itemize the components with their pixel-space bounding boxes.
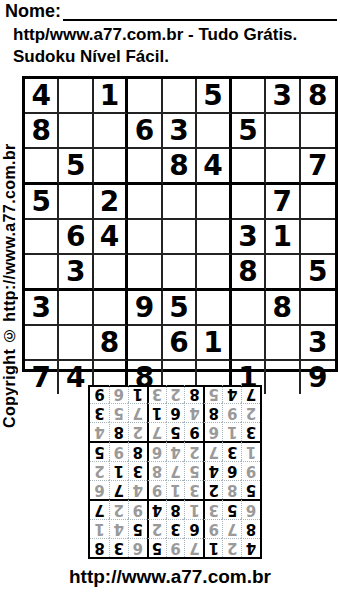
sudoku-cell[interactable] <box>197 291 231 326</box>
sudoku-printable-page: Nome: http/www.a77.com.br - Tudo Grátis.… <box>0 0 340 596</box>
solution-cell: 7 <box>128 403 147 422</box>
sudoku-cell[interactable] <box>301 114 335 149</box>
solution-cell: 3 <box>90 403 109 422</box>
sudoku-cell[interactable] <box>163 220 197 255</box>
sudoku-cell[interactable] <box>25 149 59 185</box>
footer-url: http://www.a77.com.br <box>0 566 340 588</box>
site-tagline: http/www.a77.com.br - Tudo Grátis. <box>13 25 297 45</box>
solution-cell: 2 <box>184 441 203 461</box>
solution-cell: 5 <box>203 385 222 403</box>
sudoku-cell[interactable] <box>163 255 197 291</box>
name-blank-line <box>63 1 337 21</box>
sudoku-cell[interactable]: 9 <box>128 291 162 326</box>
sudoku-cell[interactable]: 4 <box>25 79 59 114</box>
name-row: Nome: <box>5 1 337 21</box>
sudoku-cell[interactable] <box>197 114 231 149</box>
sudoku-cell[interactable]: 8 <box>163 149 197 185</box>
solution-cell: 8 <box>128 441 147 461</box>
solution-cell: 4 <box>147 499 166 519</box>
sudoku-cell[interactable] <box>232 79 266 114</box>
solution-cell: 1 <box>241 441 260 461</box>
copyright-vertical-text: Copyright © http://www.a77.com.br <box>1 86 21 428</box>
solution-cell: 2 <box>166 385 185 403</box>
sudoku-cell[interactable]: 3 <box>301 326 335 361</box>
sudoku-cell[interactable] <box>197 255 231 291</box>
solution-cell: 9 <box>222 403 241 422</box>
sudoku-cell[interactable]: 4 <box>94 220 128 255</box>
solution-cell: 5 <box>184 461 203 480</box>
solution-cell: 3 <box>109 538 128 557</box>
solution-cell: 9 <box>109 441 128 461</box>
sudoku-cell[interactable]: 7 <box>25 361 59 394</box>
sudoku-cell[interactable] <box>25 255 59 291</box>
sudoku-cell[interactable]: 9 <box>301 361 335 394</box>
solution-cell: 6 <box>203 422 222 441</box>
sudoku-cell[interactable] <box>232 185 266 220</box>
sudoku-cell[interactable]: 8 <box>232 255 266 291</box>
solution-cell: 8 <box>109 422 128 441</box>
sudoku-cell[interactable]: 5 <box>25 185 59 220</box>
solution-cell: 5 <box>222 499 241 519</box>
sudoku-cell[interactable] <box>25 220 59 255</box>
solution-cell: 1 <box>222 422 241 441</box>
solution-cell: 7 <box>166 461 185 480</box>
solution-cell: 7 <box>203 441 222 461</box>
solution-cell: 4 <box>166 441 185 461</box>
solution-cell: 2 <box>241 403 260 422</box>
sudoku-cell[interactable] <box>163 185 197 220</box>
solution-cell: 8 <box>203 403 222 422</box>
solution-cell: 9 <box>128 499 147 519</box>
solution-cell: 4 <box>184 403 203 422</box>
solution-cell: 6 <box>222 461 241 480</box>
sudoku-cell[interactable]: 6 <box>163 326 197 361</box>
sudoku-cell[interactable] <box>128 185 162 220</box>
sudoku-cell[interactable] <box>128 79 162 114</box>
sudoku-cell[interactable]: 2 <box>94 185 128 220</box>
sudoku-cell[interactable] <box>232 149 266 185</box>
solution-cell: 4 <box>90 422 109 441</box>
solution-cell: 2 <box>222 538 241 557</box>
sudoku-cell[interactable] <box>94 114 128 149</box>
sudoku-cell[interactable] <box>59 291 93 326</box>
solution-cell: 7 <box>109 480 128 499</box>
sudoku-cell[interactable] <box>94 291 128 326</box>
sudoku-cell[interactable]: 1 <box>266 220 300 255</box>
sudoku-cell[interactable] <box>301 185 335 220</box>
solution-cell: 7 <box>222 519 241 538</box>
sudoku-cell[interactable] <box>232 326 266 361</box>
page-title: Sudoku Nível Fácil. <box>13 47 169 67</box>
sudoku-cell[interactable] <box>128 255 162 291</box>
solution-cell: 8 <box>147 461 166 480</box>
sudoku-cell[interactable] <box>266 255 300 291</box>
sudoku-cell[interactable]: 5 <box>59 149 93 185</box>
sudoku-cell[interactable] <box>94 149 128 185</box>
sudoku-cell[interactable] <box>94 255 128 291</box>
sudoku-cell[interactable]: 8 <box>301 79 335 114</box>
solution-cell: 5 <box>109 403 128 422</box>
sudoku-cell[interactable]: 5 <box>301 255 335 291</box>
sudoku-cell[interactable] <box>59 114 93 149</box>
sudoku-cell[interactable]: 1 <box>94 79 128 114</box>
solution-cell: 2 <box>128 422 147 441</box>
solution-grid-rotated: 4217956388796325416531849275823194769645… <box>88 385 262 559</box>
sudoku-cell[interactable] <box>163 79 197 114</box>
solution-cell: 4 <box>128 480 147 499</box>
solution-cell: 3 <box>147 385 166 403</box>
solution-cell: 1 <box>184 499 203 519</box>
sudoku-cell[interactable] <box>25 326 59 361</box>
solution-cell: 2 <box>147 519 166 538</box>
sudoku-cell[interactable]: 7 <box>301 149 335 185</box>
solution-cell: 6 <box>241 499 260 519</box>
solution-cell: 5 <box>166 422 185 441</box>
solution-cell: 9 <box>203 519 222 538</box>
solution-cell: 3 <box>166 519 185 538</box>
solution-cell: 5 <box>147 538 166 557</box>
solution-cell: 9 <box>184 422 203 441</box>
sudoku-cell[interactable]: 8 <box>94 326 128 361</box>
sudoku-cell[interactable]: 5 <box>197 79 231 114</box>
solution-cell: 1 <box>128 385 147 403</box>
sudoku-cell[interactable] <box>59 79 93 114</box>
sudoku-cell[interactable]: 6 <box>59 220 93 255</box>
sudoku-cell[interactable]: 8 <box>25 114 59 149</box>
solution-cell: 4 <box>203 461 222 480</box>
solution-cell: 6 <box>109 385 128 403</box>
sudoku-cell[interactable]: 3 <box>25 291 59 326</box>
solution-cell: 7 <box>147 422 166 441</box>
solution-cell: 4 <box>109 519 128 538</box>
sudoku-cell[interactable] <box>301 220 335 255</box>
solution-cell: 8 <box>241 519 260 538</box>
sudoku-cell[interactable]: 4 <box>197 149 231 185</box>
solution-cell: 7 <box>241 385 260 403</box>
solution-cell: 3 <box>203 499 222 519</box>
sudoku-cell[interactable] <box>128 326 162 361</box>
solution-cell: 5 <box>90 441 109 461</box>
solution-cell: 8 <box>90 538 109 557</box>
sudoku-cell[interactable] <box>59 185 93 220</box>
sudoku-cell[interactable]: 1 <box>197 326 231 361</box>
sudoku-cell[interactable]: 5 <box>163 291 197 326</box>
solution-cell: 2 <box>109 499 128 519</box>
solution-cell: 9 <box>90 385 109 403</box>
solution-cell: 1 <box>166 480 185 499</box>
solution-cell: 4 <box>222 385 241 403</box>
solution-cell: 1 <box>147 403 166 422</box>
sudoku-cell[interactable] <box>59 326 93 361</box>
solution-cell: 1 <box>90 519 109 538</box>
solution-cell: 3 <box>128 461 147 480</box>
solution-cell: 6 <box>147 441 166 461</box>
solution-cell: 3 <box>241 422 260 441</box>
solution-cell: 8 <box>222 480 241 499</box>
solution-cell: 5 <box>241 480 260 499</box>
solution-cell: 2 <box>90 461 109 480</box>
sudoku-cell[interactable] <box>266 149 300 185</box>
solution-cell: 3 <box>222 441 241 461</box>
sudoku-cell[interactable] <box>301 291 335 326</box>
sudoku-cell[interactable] <box>128 220 162 255</box>
solution-cell: 6 <box>90 480 109 499</box>
solution-cell: 2 <box>203 480 222 499</box>
sudoku-cell[interactable]: 3 <box>232 220 266 255</box>
solution-cell: 1 <box>203 538 222 557</box>
solution-cell: 9 <box>166 538 185 557</box>
sudoku-cell[interactable] <box>266 361 300 394</box>
solution-cell: 3 <box>184 480 203 499</box>
sudoku-cell[interactable] <box>232 291 266 326</box>
solution-cell: 8 <box>184 385 203 403</box>
sudoku-grid: 415388635584752764313853958861374819 <box>22 76 338 372</box>
sudoku-cell[interactable]: 3 <box>266 79 300 114</box>
sudoku-cell[interactable]: 3 <box>163 114 197 149</box>
solution-cell: 1 <box>109 461 128 480</box>
sudoku-cell[interactable]: 3 <box>59 255 93 291</box>
solution-cell: 8 <box>166 499 185 519</box>
sudoku-cell[interactable] <box>266 114 300 149</box>
sudoku-cell[interactable] <box>266 326 300 361</box>
sudoku-cell[interactable]: 6 <box>128 114 162 149</box>
name-label: Nome: <box>5 1 61 21</box>
sudoku-cell[interactable]: 8 <box>266 291 300 326</box>
solution-cell: 9 <box>147 480 166 499</box>
solution-cell: 6 <box>166 403 185 422</box>
solution-cell: 7 <box>90 499 109 519</box>
solution-cell: 6 <box>184 519 203 538</box>
solution-cell: 7 <box>184 538 203 557</box>
sudoku-cell[interactable]: 7 <box>266 185 300 220</box>
solution-cell: 9 <box>241 461 260 480</box>
solution-cell: 6 <box>128 538 147 557</box>
sudoku-cell[interactable] <box>197 220 231 255</box>
solution-cell: 4 <box>241 538 260 557</box>
solution-cell: 5 <box>128 519 147 538</box>
sudoku-cell[interactable] <box>128 149 162 185</box>
sudoku-cell[interactable]: 5 <box>232 114 266 149</box>
sudoku-cell[interactable] <box>197 185 231 220</box>
